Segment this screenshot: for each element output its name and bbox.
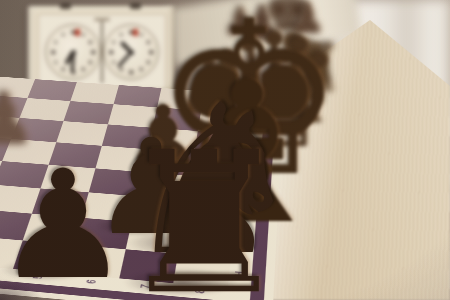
piece-black-rook-h8[interactable]: ♜ xyxy=(117,126,292,300)
pieces-layer: ♟♟♟♟♟♜♞♝♚♛♝♞♜♟♟♟♚♟ xyxy=(0,0,450,300)
piece-black-pawn-h7[interactable]: ♟ xyxy=(0,150,130,300)
tournament-photo-scene: ABCDEFGH12345678 ♟♟♟♟♟♜♞♝♚♛♝♞♜♟♟♟♚♟ xyxy=(0,0,450,300)
